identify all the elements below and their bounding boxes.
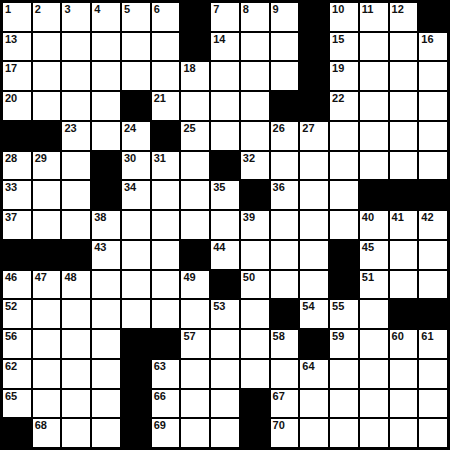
clue-number: 4: [94, 3, 100, 16]
block-cell: [210, 270, 240, 300]
letter-cell[interactable]: 38: [91, 210, 121, 240]
letter-cell[interactable]: 61: [418, 329, 448, 359]
clue-number: 36: [273, 181, 285, 194]
clue-number: 23: [64, 122, 76, 135]
letter-cell[interactable]: 20: [2, 91, 32, 121]
letter-cell[interactable]: [270, 32, 300, 62]
clue-number: 54: [302, 300, 314, 313]
block-cell: [240, 418, 270, 448]
letter-cell[interactable]: 28: [2, 151, 32, 181]
block-cell: [389, 299, 419, 329]
letter-cell[interactable]: [180, 359, 210, 389]
clue-number: 22: [332, 92, 344, 105]
letter-cell[interactable]: [91, 121, 121, 151]
clue-number: 14: [213, 33, 225, 46]
clue-number: 2: [35, 3, 41, 16]
letter-cell[interactable]: [418, 270, 448, 300]
letter-cell[interactable]: [151, 240, 181, 270]
block-cell: [299, 32, 329, 62]
letter-cell[interactable]: 13: [2, 32, 32, 62]
letter-cell[interactable]: 63: [151, 359, 181, 389]
clue-number: 64: [302, 360, 314, 373]
letter-cell[interactable]: [32, 389, 62, 419]
clue-number: 12: [392, 3, 404, 16]
letter-cell[interactable]: 35: [210, 180, 240, 210]
letter-cell[interactable]: [151, 270, 181, 300]
clue-number: 67: [273, 390, 285, 403]
clue-number: 16: [421, 33, 433, 46]
letter-cell[interactable]: [121, 61, 151, 91]
letter-cell[interactable]: [210, 329, 240, 359]
letter-cell[interactable]: [329, 121, 359, 151]
letter-cell[interactable]: 27: [299, 121, 329, 151]
block-cell: [389, 180, 419, 210]
letter-cell[interactable]: [121, 210, 151, 240]
block-cell: [329, 240, 359, 270]
block-cell: [32, 121, 62, 151]
block-cell: [2, 121, 32, 151]
letter-cell[interactable]: 30: [121, 151, 151, 181]
letter-cell[interactable]: [418, 418, 448, 448]
letter-cell[interactable]: [359, 389, 389, 419]
letter-cell[interactable]: 70: [270, 418, 300, 448]
letter-cell[interactable]: [32, 61, 62, 91]
letter-cell[interactable]: [418, 240, 448, 270]
block-cell: [121, 359, 151, 389]
clue-number: 58: [273, 330, 285, 343]
letter-cell[interactable]: 36: [270, 180, 300, 210]
letter-cell[interactable]: [418, 61, 448, 91]
letter-cell[interactable]: 21: [151, 91, 181, 121]
letter-cell[interactable]: 14: [210, 32, 240, 62]
letter-cell[interactable]: 49: [180, 270, 210, 300]
letter-cell[interactable]: 11: [359, 2, 389, 32]
letter-cell[interactable]: [121, 240, 151, 270]
letter-cell[interactable]: [418, 359, 448, 389]
letter-cell[interactable]: [180, 91, 210, 121]
block-cell: [121, 329, 151, 359]
letter-cell[interactable]: [210, 91, 240, 121]
letter-cell[interactable]: [91, 270, 121, 300]
clue-number: 70: [273, 419, 285, 432]
clue-number: 45: [362, 241, 374, 254]
clue-number: 38: [94, 211, 106, 224]
letter-cell[interactable]: 69: [151, 418, 181, 448]
clue-number: 6: [154, 3, 160, 16]
letter-cell[interactable]: [32, 180, 62, 210]
letter-cell[interactable]: 26: [270, 121, 300, 151]
letter-cell[interactable]: [359, 121, 389, 151]
block-cell: [180, 2, 210, 32]
clue-number: 29: [35, 152, 47, 165]
letter-cell[interactable]: 41: [389, 210, 419, 240]
letter-cell[interactable]: [389, 389, 419, 419]
letter-cell[interactable]: [418, 151, 448, 181]
letter-cell[interactable]: 39: [240, 210, 270, 240]
letter-cell[interactable]: 66: [151, 389, 181, 419]
letter-cell[interactable]: [32, 299, 62, 329]
letter-cell[interactable]: 55: [329, 299, 359, 329]
letter-cell[interactable]: 42: [418, 210, 448, 240]
block-cell: [418, 2, 448, 32]
clue-number: 11: [362, 3, 374, 16]
clue-number: 13: [5, 33, 17, 46]
letter-cell[interactable]: [270, 270, 300, 300]
letter-cell[interactable]: [359, 329, 389, 359]
letter-cell[interactable]: [210, 389, 240, 419]
block-cell: [270, 299, 300, 329]
letter-cell[interactable]: [210, 210, 240, 240]
clue-number: 49: [183, 271, 195, 284]
letter-cell[interactable]: 31: [151, 151, 181, 181]
block-cell: [418, 299, 448, 329]
letter-cell[interactable]: [32, 359, 62, 389]
letter-cell[interactable]: [240, 121, 270, 151]
letter-cell[interactable]: [359, 418, 389, 448]
letter-cell[interactable]: [61, 359, 91, 389]
clue-number: 51: [362, 271, 374, 284]
letter-cell[interactable]: 47: [32, 270, 62, 300]
letter-cell[interactable]: [180, 180, 210, 210]
letter-cell[interactable]: [180, 210, 210, 240]
letter-cell[interactable]: 33: [2, 180, 32, 210]
letter-cell[interactable]: 5: [121, 2, 151, 32]
block-cell: [418, 180, 448, 210]
letter-cell[interactable]: 44: [210, 240, 240, 270]
clue-number: 19: [332, 62, 344, 75]
clue-number: 61: [421, 330, 433, 343]
letter-cell[interactable]: [61, 151, 91, 181]
clue-number: 28: [5, 152, 17, 165]
block-cell: [121, 389, 151, 419]
clue-number: 53: [213, 300, 225, 313]
clue-number: 26: [273, 122, 285, 135]
clue-number: 32: [243, 152, 255, 165]
letter-cell[interactable]: [240, 240, 270, 270]
letter-cell[interactable]: 51: [359, 270, 389, 300]
block-cell: [180, 240, 210, 270]
letter-cell[interactable]: [91, 329, 121, 359]
block-cell: [2, 418, 32, 448]
letter-cell[interactable]: [240, 329, 270, 359]
clue-number: 48: [64, 271, 76, 284]
letter-cell[interactable]: [389, 359, 419, 389]
letter-cell[interactable]: [418, 121, 448, 151]
letter-cell[interactable]: [299, 210, 329, 240]
letter-cell[interactable]: 46: [2, 270, 32, 300]
clue-number: 69: [154, 419, 166, 432]
letter-cell[interactable]: 59: [329, 329, 359, 359]
letter-cell[interactable]: [270, 210, 300, 240]
clue-number: 50: [243, 271, 255, 284]
letter-cell[interactable]: 37: [2, 210, 32, 240]
clue-number: 42: [421, 211, 433, 224]
letter-cell[interactable]: [270, 151, 300, 181]
block-cell: [151, 121, 181, 151]
clue-number: 59: [332, 330, 344, 343]
clue-number: 55: [332, 300, 344, 313]
letter-cell[interactable]: [32, 32, 62, 62]
letter-cell[interactable]: [359, 61, 389, 91]
clue-number: 5: [124, 3, 130, 16]
clue-number: 65: [5, 390, 17, 403]
letter-cell[interactable]: 18: [180, 61, 210, 91]
letter-cell[interactable]: 9: [270, 2, 300, 32]
letter-cell[interactable]: 43: [91, 240, 121, 270]
letter-cell[interactable]: [91, 61, 121, 91]
clue-number: 20: [5, 92, 17, 105]
block-cell: [210, 151, 240, 181]
letter-cell[interactable]: 29: [32, 151, 62, 181]
letter-cell[interactable]: [61, 180, 91, 210]
letter-cell[interactable]: 12: [389, 2, 419, 32]
letter-cell[interactable]: [180, 151, 210, 181]
clue-number: 37: [5, 211, 17, 224]
letter-cell[interactable]: [299, 240, 329, 270]
block-cell: [121, 91, 151, 121]
letter-cell[interactable]: [91, 91, 121, 121]
letter-cell[interactable]: [91, 299, 121, 329]
clue-number: 34: [124, 181, 136, 194]
letter-cell[interactable]: [418, 91, 448, 121]
letter-cell[interactable]: 67: [270, 389, 300, 419]
clue-number: 52: [5, 300, 17, 313]
clue-number: 27: [302, 122, 314, 135]
letter-cell[interactable]: [359, 91, 389, 121]
letter-cell[interactable]: 68: [32, 418, 62, 448]
block-cell: [270, 91, 300, 121]
letter-cell[interactable]: [180, 418, 210, 448]
letter-cell[interactable]: [329, 210, 359, 240]
clue-number: 35: [213, 181, 225, 194]
letter-cell[interactable]: [151, 210, 181, 240]
letter-cell[interactable]: [359, 299, 389, 329]
letter-cell[interactable]: 6: [151, 2, 181, 32]
clue-number: 25: [183, 122, 195, 135]
letter-cell[interactable]: [299, 151, 329, 181]
letter-cell[interactable]: [151, 180, 181, 210]
clue-number: 46: [5, 271, 17, 284]
letter-cell[interactable]: 65: [2, 389, 32, 419]
block-cell: [151, 329, 181, 359]
letter-cell[interactable]: 54: [299, 299, 329, 329]
letter-cell[interactable]: [299, 418, 329, 448]
letter-cell[interactable]: [121, 299, 151, 329]
clue-number: 57: [183, 330, 195, 343]
letter-cell[interactable]: 1: [2, 2, 32, 32]
letter-cell[interactable]: [240, 299, 270, 329]
letter-cell[interactable]: [240, 61, 270, 91]
clue-number: 3: [64, 3, 70, 16]
letter-cell[interactable]: [359, 32, 389, 62]
block-cell: [180, 32, 210, 62]
clue-number: 31: [154, 152, 166, 165]
letter-cell[interactable]: [359, 151, 389, 181]
clue-number: 15: [332, 33, 344, 46]
letter-cell[interactable]: 45: [359, 240, 389, 270]
letter-cell[interactable]: [329, 180, 359, 210]
letter-cell[interactable]: [210, 418, 240, 448]
letter-cell[interactable]: [329, 418, 359, 448]
letter-cell[interactable]: [389, 91, 419, 121]
letter-cell[interactable]: [61, 32, 91, 62]
letter-cell[interactable]: [151, 32, 181, 62]
letter-cell[interactable]: 2: [32, 2, 62, 32]
letter-cell[interactable]: [32, 329, 62, 359]
letter-cell[interactable]: [359, 359, 389, 389]
letter-cell[interactable]: 17: [2, 61, 32, 91]
letter-cell[interactable]: [61, 389, 91, 419]
crossword-grid: 1234567891011121314151617181920212223242…: [0, 0, 450, 450]
letter-cell[interactable]: [240, 91, 270, 121]
letter-cell[interactable]: 48: [61, 270, 91, 300]
letter-cell[interactable]: 50: [240, 270, 270, 300]
clue-number: 10: [332, 3, 344, 16]
clue-number: 43: [94, 241, 106, 254]
letter-cell[interactable]: [180, 389, 210, 419]
clue-number: 47: [35, 271, 47, 284]
clue-number: 60: [392, 330, 404, 343]
clue-number: 39: [243, 211, 255, 224]
letter-cell[interactable]: 52: [2, 299, 32, 329]
letter-cell[interactable]: [91, 389, 121, 419]
clue-number: 41: [392, 211, 404, 224]
letter-cell[interactable]: 15: [329, 32, 359, 62]
clue-number: 7: [213, 3, 219, 16]
letter-cell[interactable]: 25: [180, 121, 210, 151]
letter-cell[interactable]: [389, 270, 419, 300]
letter-cell[interactable]: [121, 270, 151, 300]
letter-cell[interactable]: [210, 121, 240, 151]
clue-number: 1: [5, 3, 11, 16]
letter-cell[interactable]: [299, 180, 329, 210]
letter-cell[interactable]: 40: [359, 210, 389, 240]
clue-number: 62: [5, 360, 17, 373]
clue-number: 9: [273, 3, 279, 16]
letter-cell[interactable]: 57: [180, 329, 210, 359]
letter-cell[interactable]: [329, 151, 359, 181]
letter-cell[interactable]: [180, 299, 210, 329]
block-cell: [240, 389, 270, 419]
letter-cell[interactable]: [61, 61, 91, 91]
letter-cell[interactable]: [151, 61, 181, 91]
clue-number: 56: [5, 330, 17, 343]
letter-cell[interactable]: [389, 121, 419, 151]
letter-cell[interactable]: [61, 329, 91, 359]
clue-number: 63: [154, 360, 166, 373]
letter-cell[interactable]: [329, 389, 359, 419]
letter-cell[interactable]: [299, 270, 329, 300]
letter-cell[interactable]: [270, 61, 300, 91]
letter-cell[interactable]: [32, 210, 62, 240]
clue-number: 8: [243, 3, 249, 16]
block-cell: [61, 240, 91, 270]
clue-number: 21: [154, 92, 166, 105]
block-cell: [121, 418, 151, 448]
clue-number: 30: [124, 152, 136, 165]
letter-cell[interactable]: 16: [418, 32, 448, 62]
clue-number: 24: [124, 122, 136, 135]
letter-cell[interactable]: 4: [91, 2, 121, 32]
letter-cell[interactable]: [210, 359, 240, 389]
letter-cell[interactable]: 24: [121, 121, 151, 151]
letter-cell[interactable]: [389, 32, 419, 62]
letter-cell[interactable]: [240, 359, 270, 389]
letter-cell[interactable]: [91, 418, 121, 448]
letter-cell[interactable]: 7: [210, 2, 240, 32]
clue-number: 18: [183, 62, 195, 75]
letter-cell[interactable]: 64: [299, 359, 329, 389]
block-cell: [2, 240, 32, 270]
block-cell: [32, 240, 62, 270]
letter-cell[interactable]: [240, 32, 270, 62]
block-cell: [240, 180, 270, 210]
letter-cell[interactable]: 62: [2, 359, 32, 389]
letter-cell[interactable]: [91, 32, 121, 62]
clue-number: 68: [35, 419, 47, 432]
letter-cell[interactable]: [61, 210, 91, 240]
letter-cell[interactable]: 56: [2, 329, 32, 359]
letter-cell[interactable]: [270, 240, 300, 270]
letter-cell[interactable]: 3: [61, 2, 91, 32]
clue-number: 17: [5, 62, 17, 75]
block-cell: [299, 61, 329, 91]
letter-cell[interactable]: 22: [329, 91, 359, 121]
block-cell: [299, 91, 329, 121]
letter-cell[interactable]: [32, 91, 62, 121]
letter-cell[interactable]: [61, 299, 91, 329]
letter-cell[interactable]: [151, 299, 181, 329]
clue-number: 40: [362, 211, 374, 224]
letter-cell[interactable]: 60: [389, 329, 419, 359]
block-cell: [299, 329, 329, 359]
letter-cell[interactable]: [121, 32, 151, 62]
block-cell: [329, 270, 359, 300]
letter-cell[interactable]: [329, 359, 359, 389]
block-cell: [299, 2, 329, 32]
letter-cell[interactable]: [270, 359, 300, 389]
letter-cell[interactable]: 23: [61, 121, 91, 151]
letter-cell[interactable]: [210, 61, 240, 91]
letter-cell[interactable]: [418, 389, 448, 419]
letter-cell[interactable]: 19: [329, 61, 359, 91]
letter-cell[interactable]: [389, 61, 419, 91]
letter-cell[interactable]: [389, 151, 419, 181]
letter-cell[interactable]: [389, 418, 419, 448]
letter-cell[interactable]: [299, 389, 329, 419]
block-cell: [91, 151, 121, 181]
letter-cell[interactable]: 10: [329, 2, 359, 32]
letter-cell[interactable]: [61, 91, 91, 121]
letter-cell[interactable]: 58: [270, 329, 300, 359]
clue-number: 44: [213, 241, 225, 254]
clue-number: 33: [5, 181, 17, 194]
letter-cell[interactable]: 34: [121, 180, 151, 210]
block-cell: [91, 180, 121, 210]
letter-cell[interactable]: 53: [210, 299, 240, 329]
letter-cell[interactable]: [389, 240, 419, 270]
letter-cell[interactable]: 32: [240, 151, 270, 181]
letter-cell[interactable]: [61, 418, 91, 448]
block-cell: [359, 180, 389, 210]
letter-cell[interactable]: 8: [240, 2, 270, 32]
letter-cell[interactable]: [91, 359, 121, 389]
clue-number: 66: [154, 390, 166, 403]
